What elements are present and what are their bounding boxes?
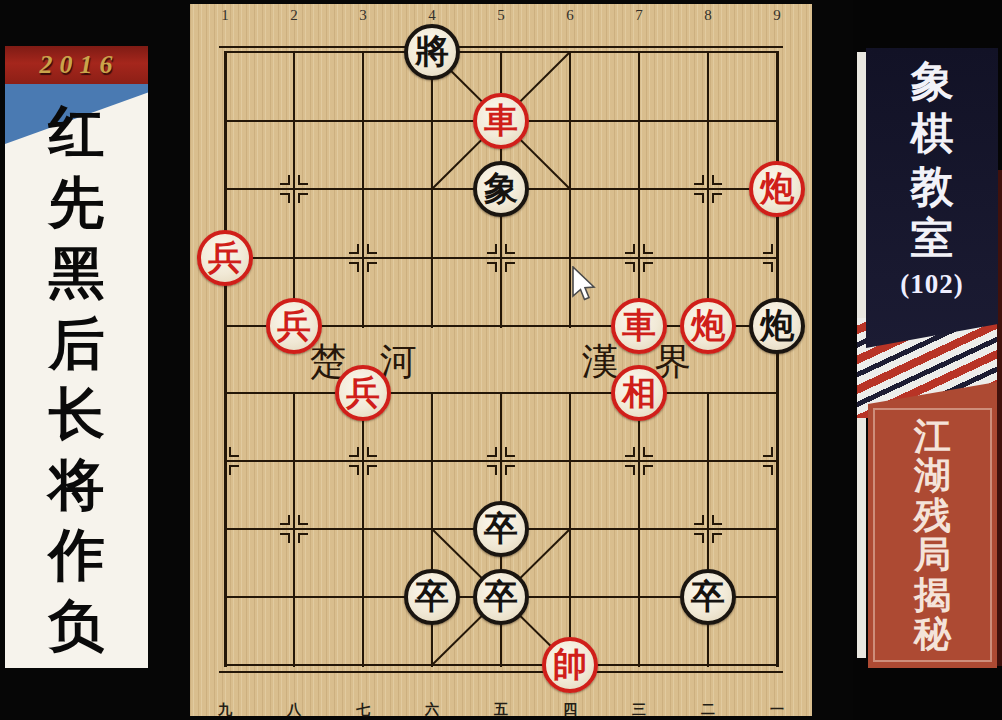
sidebar-title: 象棋教室 (911, 58, 954, 262)
position-mark (487, 447, 515, 475)
piece-glyph: 兵 (277, 309, 311, 343)
mark-corner (367, 465, 377, 475)
mark-corner (367, 244, 377, 254)
piece-red-cannon[interactable]: 炮 (749, 161, 805, 217)
grid-vline (362, 392, 364, 667)
mark-corner (694, 515, 704, 525)
piece-glyph: 兵 (346, 376, 380, 410)
mark-corner (694, 533, 704, 543)
grid-vline (431, 392, 433, 667)
mark-corner (505, 465, 515, 475)
piece-black-pawn[interactable]: 卒 (404, 569, 460, 625)
piece-red-pawn[interactable]: 兵 (266, 298, 322, 354)
mark-corner (487, 262, 497, 272)
mark-corner (280, 175, 290, 185)
mark-corner (280, 193, 290, 203)
mark-corner (625, 465, 635, 475)
file-label-bottom: 四 (559, 701, 581, 719)
banner-caption-char: 黑 (49, 245, 105, 301)
piece-glyph: 卒 (484, 512, 518, 546)
file-label-top: 1 (214, 7, 236, 24)
mark-corner (763, 262, 773, 272)
banner-caption-char: 将 (49, 457, 105, 513)
sidebar-subtitle: 江湖残局揭秘 (873, 408, 992, 662)
sidebar-subtitle-panel: 江湖残局揭秘 (868, 382, 997, 668)
mark-corner (349, 465, 359, 475)
sidebar-title-char: 教 (911, 163, 954, 210)
mark-corner (280, 533, 290, 543)
position-mark (487, 244, 515, 272)
file-label-top: 7 (628, 7, 650, 24)
banner-caption-char: 红 (49, 104, 105, 160)
mark-corner (763, 465, 773, 475)
piece-glyph: 炮 (760, 172, 794, 206)
mark-corner (643, 244, 653, 254)
file-label-top: 8 (697, 7, 719, 24)
piece-red-chariot[interactable]: 車 (611, 298, 667, 354)
board-frame-top (219, 46, 783, 48)
position-mark (763, 447, 791, 475)
mark-corner (298, 175, 308, 185)
sidebar-subtitle-char: 残 (914, 497, 951, 534)
piece-black-pawn[interactable]: 卒 (473, 501, 529, 557)
mouse-cursor-icon (571, 266, 597, 308)
file-label-top: 6 (559, 7, 581, 24)
banner-year: 2016 (5, 46, 148, 84)
file-label-top: 4 (421, 7, 443, 24)
left-banner: 2016 红先黑后长将作负 (5, 46, 148, 668)
banner-caption-char: 后 (49, 316, 105, 372)
xiangqi-board: 123456789九八七六五四三二一楚河漢界將車象炮兵兵車炮炮兵相卒卒卒卒帥 (190, 4, 812, 716)
piece-glyph: 兵 (208, 241, 242, 275)
position-mark (763, 244, 791, 272)
file-label-bottom: 五 (490, 701, 512, 719)
piece-red-general[interactable]: 帥 (542, 637, 598, 693)
piece-glyph: 將 (415, 35, 449, 69)
mark-corner (505, 447, 515, 457)
sidebar-subtitle-char: 秘 (914, 615, 951, 652)
mark-corner (643, 447, 653, 457)
mark-corner (487, 465, 497, 475)
mark-corner (625, 244, 635, 254)
banner-caption-char: 先 (49, 175, 105, 231)
piece-glyph: 帥 (553, 648, 587, 682)
mark-corner (505, 262, 515, 272)
file-label-bottom: 三 (628, 701, 650, 719)
right-sidebar: 象棋教室 (102) 江湖残局揭秘 (853, 0, 1002, 720)
piece-glyph: 相 (622, 376, 656, 410)
position-mark (349, 244, 377, 272)
mark-corner (298, 515, 308, 525)
mark-corner (367, 447, 377, 457)
piece-red-cannon[interactable]: 炮 (680, 298, 736, 354)
banner-body: 红先黑后长将作负 (5, 84, 148, 668)
grid-vline (362, 51, 364, 328)
mark-corner (367, 262, 377, 272)
piece-black-pawn[interactable]: 卒 (680, 569, 736, 625)
grid-vline (431, 51, 433, 328)
piece-red-elephant[interactable]: 相 (611, 365, 667, 421)
mark-corner (229, 465, 239, 475)
position-mark (694, 515, 722, 543)
position-mark (280, 515, 308, 543)
video-frame: 2016 红先黑后长将作负 123456789九八七六五四三二一楚河漢界將車象炮… (0, 0, 1002, 720)
mark-corner (487, 447, 497, 457)
mark-corner (349, 262, 359, 272)
mark-corner (763, 244, 773, 254)
piece-glyph: 車 (622, 309, 656, 343)
mark-corner (229, 447, 239, 457)
sidebar-subtitle-char: 局 (914, 536, 951, 573)
file-label-bottom: 六 (421, 701, 443, 719)
file-label-bottom: 二 (697, 701, 719, 719)
grid-vline (776, 51, 779, 667)
mark-corner (712, 533, 722, 543)
file-label-top: 5 (490, 7, 512, 24)
piece-black-pawn[interactable]: 卒 (473, 569, 529, 625)
piece-glyph: 炮 (760, 309, 794, 343)
mark-corner (298, 533, 308, 543)
position-mark (211, 447, 239, 475)
file-label-bottom: 九 (214, 701, 236, 719)
sidebar-title-char: 室 (911, 215, 954, 262)
mark-corner (298, 193, 308, 203)
mark-corner (505, 244, 515, 254)
piece-black-elephant[interactable]: 象 (473, 161, 529, 217)
banner-year-text: 2016 (40, 50, 120, 80)
board-frame-bottom (219, 671, 783, 673)
banner-caption-char: 负 (49, 598, 105, 654)
piece-red-pawn[interactable]: 兵 (335, 365, 391, 421)
mark-corner (349, 447, 359, 457)
mark-corner (712, 193, 722, 203)
grid-vline (569, 392, 571, 667)
position-mark (280, 175, 308, 203)
mark-corner (487, 244, 497, 254)
file-label-bottom: 一 (766, 701, 788, 719)
file-label-top: 2 (283, 7, 305, 24)
piece-red-pawn[interactable]: 兵 (197, 230, 253, 286)
piece-black-general[interactable]: 將 (404, 24, 460, 80)
episode-number: (102) (900, 269, 963, 300)
position-mark (625, 447, 653, 475)
banner-caption-char: 作 (49, 527, 105, 583)
piece-black-cannon[interactable]: 炮 (749, 298, 805, 354)
mark-corner (643, 465, 653, 475)
position-mark (349, 447, 377, 475)
mark-corner (694, 175, 704, 185)
mark-corner (625, 262, 635, 272)
sidebar-title-char: 棋 (911, 110, 954, 157)
mark-corner (694, 193, 704, 203)
position-mark (625, 244, 653, 272)
file-label-top: 9 (766, 7, 788, 24)
file-label-top: 3 (352, 7, 374, 24)
position-mark (694, 175, 722, 203)
file-label-bottom: 七 (352, 701, 374, 719)
banner-caption: 红先黑后长将作负 (5, 104, 148, 654)
file-label-bottom: 八 (283, 701, 305, 719)
piece-glyph: 象 (484, 172, 518, 206)
mark-corner (349, 244, 359, 254)
banner-caption-char: 长 (49, 386, 105, 442)
piece-glyph: 卒 (415, 580, 449, 614)
mark-corner (625, 447, 635, 457)
grid-vline (638, 51, 640, 328)
sidebar-subtitle-char: 揭 (914, 576, 951, 613)
mark-corner (712, 515, 722, 525)
grid-vline (638, 392, 640, 667)
sidebar-subtitle-char: 江 (914, 418, 951, 455)
sidebar-subtitle-char: 湖 (914, 457, 951, 494)
piece-glyph: 卒 (484, 580, 518, 614)
mark-corner (280, 515, 290, 525)
sidebar-title-panel: 象棋教室 (102) (866, 48, 998, 348)
piece-glyph: 車 (484, 104, 518, 138)
grid-vline (224, 51, 227, 667)
piece-glyph: 炮 (691, 309, 725, 343)
mark-corner (763, 447, 773, 457)
piece-red-chariot[interactable]: 車 (473, 93, 529, 149)
mark-corner (643, 262, 653, 272)
piece-glyph: 卒 (691, 580, 725, 614)
mark-corner (712, 175, 722, 185)
sidebar-title-char: 象 (911, 58, 954, 105)
